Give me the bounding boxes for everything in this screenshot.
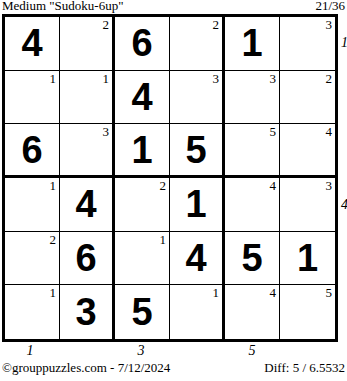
col-label-3: 3 <box>138 344 145 358</box>
cell-r5c3[interactable]: 1 <box>115 232 170 286</box>
corner-mark: 4 <box>270 286 277 299</box>
big-digit: 1 <box>185 185 206 223</box>
cell-r6c2[interactable]: 3 <box>60 285 115 339</box>
cell-r1c4[interactable]: 2 <box>170 17 225 71</box>
corner-mark: 4 <box>270 179 277 192</box>
big-digit: 5 <box>241 239 262 277</box>
big-digit: 5 <box>185 131 206 169</box>
cell-r3c6[interactable]: 4 <box>280 124 335 178</box>
cell-r6c5[interactable]: 4 <box>225 285 280 339</box>
cell-r3c4[interactable]: 5 <box>170 124 225 178</box>
corner-mark: 3 <box>103 125 110 138</box>
corner-mark: 2 <box>103 18 110 31</box>
cell-r2c4[interactable]: 3 <box>170 71 225 125</box>
corner-mark: 1 <box>160 233 167 246</box>
progress-counter: 21/36 <box>315 0 345 13</box>
corner-mark: 2 <box>50 233 57 246</box>
corner-mark: 1 <box>50 179 57 192</box>
page-title: Medium "Sudoku-6up" <box>2 0 123 13</box>
cell-r1c5[interactable]: 1 <box>225 17 280 71</box>
cell-r1c3[interactable]: 6 <box>115 17 170 71</box>
cell-r1c6[interactable]: 3 <box>280 17 335 71</box>
footer-copyright: ©grouppuzzles.com - 7/12/2024 <box>2 361 170 375</box>
puzzle-page: Medium "Sudoku-6up" 21/36 42621311433263… <box>0 0 347 381</box>
col-label-1: 1 <box>27 344 34 358</box>
big-digit: 4 <box>131 78 152 116</box>
cell-r4c6[interactable]: 3 <box>280 178 335 232</box>
cell-r6c3[interactable]: 5 <box>115 285 170 339</box>
col-label-5: 5 <box>249 344 256 358</box>
cell-r4c5[interactable]: 4 <box>225 178 280 232</box>
big-digit: 1 <box>241 24 262 62</box>
big-digit: 1 <box>297 239 318 277</box>
cell-r4c3[interactable]: 2 <box>115 178 170 232</box>
corner-mark: 1 <box>50 72 57 85</box>
cell-r3c3[interactable]: 1 <box>115 124 170 178</box>
big-digit: 6 <box>75 239 96 277</box>
big-digit: 3 <box>75 293 96 331</box>
corner-mark: 1 <box>213 286 220 299</box>
cell-r5c4[interactable]: 4 <box>170 232 225 286</box>
cell-r2c1[interactable]: 1 <box>5 71 60 125</box>
corner-mark: 5 <box>270 125 277 138</box>
footer-difficulty: Diff: 5 / 6.5532 <box>264 361 345 375</box>
corner-mark: 5 <box>326 286 333 299</box>
big-digit: 6 <box>131 24 152 62</box>
corner-mark: 1 <box>50 286 57 299</box>
cell-r4c4[interactable]: 1 <box>170 178 225 232</box>
corner-mark: 2 <box>326 72 333 85</box>
big-digit: 5 <box>131 293 152 331</box>
corner-mark: 3 <box>213 72 220 85</box>
cell-r6c6[interactable]: 5 <box>280 285 335 339</box>
cell-r3c1[interactable]: 6 <box>5 124 60 178</box>
corner-mark: 3 <box>326 18 333 31</box>
row-label-1: 1 <box>341 36 347 50</box>
cell-r4c2[interactable]: 4 <box>60 178 115 232</box>
cell-r1c2[interactable]: 2 <box>60 17 115 71</box>
corner-mark: 3 <box>270 72 277 85</box>
corner-mark: 4 <box>326 125 333 138</box>
cell-r5c2[interactable]: 6 <box>60 232 115 286</box>
footer: ©grouppuzzles.com - 7/12/2024 Diff: 5 / … <box>2 361 345 375</box>
cell-r3c5[interactable]: 5 <box>225 124 280 178</box>
cell-r6c1[interactable]: 1 <box>5 285 60 339</box>
cell-r3c2[interactable]: 3 <box>60 124 115 178</box>
cell-r2c3[interactable]: 4 <box>115 71 170 125</box>
cell-r6c4[interactable]: 1 <box>170 285 225 339</box>
big-digit: 4 <box>185 239 206 277</box>
sudoku-grid: 426213114332631554142143261451135145 <box>2 14 338 342</box>
cell-r2c6[interactable]: 2 <box>280 71 335 125</box>
big-digit: 6 <box>21 131 42 169</box>
corner-mark: 3 <box>326 179 333 192</box>
cell-r2c2[interactable]: 1 <box>60 71 115 125</box>
cell-r5c5[interactable]: 5 <box>225 232 280 286</box>
cell-r5c1[interactable]: 2 <box>5 232 60 286</box>
corner-mark: 2 <box>160 179 167 192</box>
header: Medium "Sudoku-6up" 21/36 <box>2 0 345 13</box>
row-label-4: 4 <box>341 198 347 212</box>
cell-r2c5[interactable]: 3 <box>225 71 280 125</box>
cell-r5c6[interactable]: 1 <box>280 232 335 286</box>
corner-mark: 2 <box>213 18 220 31</box>
big-digit: 4 <box>75 185 96 223</box>
cell-r1c1[interactable]: 4 <box>5 17 60 71</box>
big-digit: 4 <box>21 24 42 62</box>
cell-r4c1[interactable]: 1 <box>5 178 60 232</box>
corner-mark: 1 <box>103 72 110 85</box>
big-digit: 1 <box>131 131 152 169</box>
